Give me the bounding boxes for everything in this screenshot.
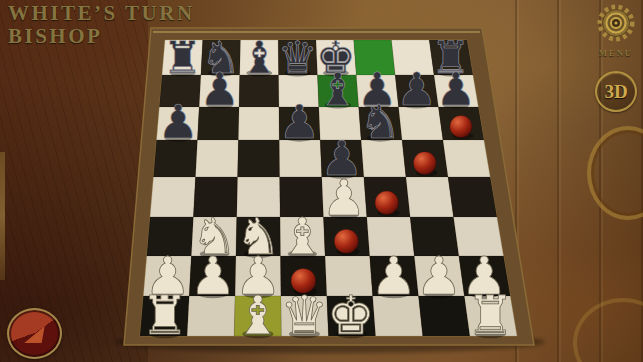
piece-white-pawn-b2[interactable]: ♟ <box>189 245 236 306</box>
legal-move-dot-h6[interactable] <box>450 115 472 137</box>
piece-black-pawn-g7[interactable]: ♟ <box>396 63 437 116</box>
piece-black-knight-f6[interactable]: ♞ <box>359 95 401 149</box>
piece-black-pawn-a6[interactable]: ♟ <box>157 95 199 149</box>
piece-black-pawn-d6[interactable]: ♟ <box>278 95 320 149</box>
piece-black-queen-d8[interactable]: ♛ <box>278 32 318 83</box>
square-a4[interactable] <box>150 177 195 217</box>
piece-white-pawn-f2[interactable]: ♟ <box>370 245 417 306</box>
selected-piece-label: BISHOP <box>8 25 195 48</box>
legal-move-dot-e3[interactable] <box>334 229 358 253</box>
menu-button[interactable]: MENU <box>591 2 641 58</box>
turn-label: WHITE’S TURN <box>8 2 195 25</box>
piece-white-pawn-g2[interactable]: ♟ <box>416 245 463 306</box>
menu-label: MENU <box>591 48 641 58</box>
piece-white-rook-h1[interactable]: ♜ <box>466 284 514 347</box>
piece-white-bishop-d3[interactable]: ♝ <box>280 207 326 266</box>
turn-indicator: WHITE’S TURN BISHOP <box>8 2 195 48</box>
square-g4[interactable] <box>406 177 454 217</box>
piece-white-pawn-e4[interactable]: ♟ <box>322 169 366 227</box>
piece-black-bishop-e7[interactable]: ♝ <box>317 63 358 116</box>
piece-black-pawn-h7[interactable]: ♟ <box>436 63 477 116</box>
view-3d-label: 3D <box>604 81 627 103</box>
square-b5[interactable] <box>196 140 239 177</box>
timer-button[interactable] <box>7 308 62 359</box>
piece-black-pawn-b7[interactable]: ♟ <box>199 63 240 116</box>
square-h5[interactable] <box>443 140 490 177</box>
legal-move-dot-g5[interactable] <box>413 152 436 175</box>
pie-timer-icon <box>24 326 44 343</box>
chess-board: ♜♞♝♛♚♜♟♝♟♟♟♟♟♞♟♟♞♞♝♟♟♟♟♟♟♜♝♛♚♜ <box>0 0 643 362</box>
square-h4[interactable] <box>448 177 497 217</box>
piece-black-bishop-c8[interactable]: ♝ <box>239 32 279 83</box>
piece-white-queen-d1[interactable]: ♛ <box>280 284 328 347</box>
view-3d-button[interactable]: 3D <box>595 71 637 112</box>
piece-white-king-e1[interactable]: ♚ <box>327 284 375 347</box>
square-c5[interactable] <box>238 140 280 177</box>
gear-icon <box>593 2 639 46</box>
square-c6[interactable] <box>238 107 279 140</box>
piece-white-bishop-c1[interactable]: ♝ <box>234 284 282 347</box>
piece-white-rook-a1[interactable]: ♜ <box>141 284 189 347</box>
legal-move-dot-f4[interactable] <box>375 191 398 214</box>
